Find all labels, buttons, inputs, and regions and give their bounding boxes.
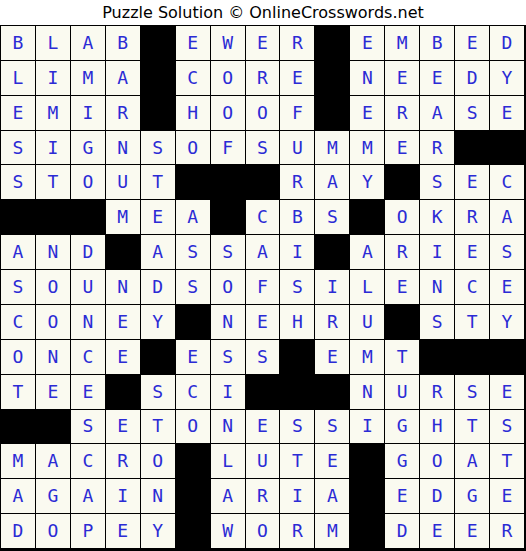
letter-cell: A <box>350 235 384 269</box>
letter-cell: G <box>385 410 419 444</box>
letter-cell: S <box>246 340 280 374</box>
letter-cell: C <box>71 444 105 478</box>
letter-cell: I <box>420 235 454 269</box>
letter-cell: N <box>36 340 70 374</box>
letter-cell: S <box>490 235 524 269</box>
letter-cell: E <box>176 340 210 374</box>
letter-cell: G <box>385 444 419 478</box>
letter-cell: T <box>141 410 175 444</box>
letter-cell: R <box>280 514 314 548</box>
block-cell <box>455 340 489 374</box>
letter-cell: B <box>1 26 35 60</box>
letter-cell: P <box>71 514 105 548</box>
letter-cell: S <box>176 270 210 304</box>
block-cell <box>280 340 314 374</box>
letter-cell: R <box>490 514 524 548</box>
letter-cell: G <box>36 479 70 513</box>
letter-cell: A <box>315 165 349 199</box>
letter-cell: A <box>211 479 245 513</box>
block-cell <box>490 340 524 374</box>
letter-cell: K <box>420 200 454 234</box>
letter-cell: A <box>420 96 454 130</box>
letter-cell: E <box>350 26 384 60</box>
letter-cell: N <box>106 131 140 165</box>
letter-cell: T <box>36 165 70 199</box>
letter-cell: O <box>176 410 210 444</box>
letter-cell: N <box>36 235 70 269</box>
letter-cell: C <box>71 340 105 374</box>
letter-cell: N <box>141 479 175 513</box>
letter-cell: S <box>246 131 280 165</box>
block-cell <box>141 61 175 95</box>
letter-cell: R <box>315 305 349 339</box>
letter-cell: B <box>420 26 454 60</box>
letter-cell: M <box>106 200 140 234</box>
letter-cell: E <box>106 340 140 374</box>
letter-cell: B <box>106 26 140 60</box>
block-cell <box>315 235 349 269</box>
letter-cell: R <box>246 479 280 513</box>
letter-cell: N <box>71 305 105 339</box>
letter-cell: L <box>36 26 70 60</box>
letter-cell: E <box>420 514 454 548</box>
letter-cell: I <box>350 410 384 444</box>
letter-cell: I <box>211 375 245 409</box>
letter-cell: U <box>385 375 419 409</box>
letter-cell: E <box>1 96 35 130</box>
letter-cell: D <box>420 479 454 513</box>
letter-cell: C <box>490 165 524 199</box>
block-cell <box>176 305 210 339</box>
letter-cell: S <box>420 305 454 339</box>
letter-cell: A <box>246 235 280 269</box>
letter-cell: E <box>246 410 280 444</box>
block-cell <box>211 165 245 199</box>
letter-cell: E <box>455 514 489 548</box>
letter-cell: A <box>315 479 349 513</box>
block-cell <box>106 235 140 269</box>
letter-cell: R <box>246 61 280 95</box>
letter-cell: I <box>106 479 140 513</box>
letter-cell: A <box>176 200 210 234</box>
letter-cell: F <box>280 96 314 130</box>
block-cell <box>350 444 384 478</box>
letter-cell: I <box>71 96 105 130</box>
letter-cell: S <box>315 410 349 444</box>
letter-cell: O <box>36 514 70 548</box>
letter-cell: R <box>385 235 419 269</box>
letter-cell: E <box>106 514 140 548</box>
block-cell <box>280 375 314 409</box>
letter-cell: T <box>280 444 314 478</box>
letter-cell: C <box>1 305 35 339</box>
letter-cell: N <box>350 375 384 409</box>
block-cell <box>176 444 210 478</box>
block-cell <box>141 340 175 374</box>
letter-cell: A <box>106 61 140 95</box>
block-cell <box>1 410 35 444</box>
letter-cell: R <box>385 96 419 130</box>
block-cell <box>315 375 349 409</box>
letter-cell: M <box>350 131 384 165</box>
letter-cell: I <box>315 270 349 304</box>
block-cell <box>71 200 105 234</box>
letter-cell: U <box>280 131 314 165</box>
letter-cell: I <box>280 235 314 269</box>
letter-cell: U <box>71 270 105 304</box>
letter-cell: O <box>71 165 105 199</box>
letter-cell: R <box>106 96 140 130</box>
block-cell <box>315 61 349 95</box>
letter-cell: S <box>490 410 524 444</box>
letter-cell: T <box>490 444 524 478</box>
letter-cell: L <box>1 61 35 95</box>
letter-cell: E <box>315 444 349 478</box>
block-cell <box>36 200 70 234</box>
letter-cell: E <box>106 410 140 444</box>
letter-cell: Y <box>490 61 524 95</box>
letter-cell: C <box>246 200 280 234</box>
letter-cell: O <box>141 444 175 478</box>
letter-cell: R <box>420 131 454 165</box>
block-cell <box>420 340 454 374</box>
letter-cell: M <box>71 61 105 95</box>
letter-cell: E <box>315 340 349 374</box>
letter-cell: S <box>141 375 175 409</box>
letter-cell: O <box>176 131 210 165</box>
letter-cell: A <box>490 200 524 234</box>
letter-cell: M <box>350 340 384 374</box>
letter-cell: U <box>246 444 280 478</box>
letter-cell: E <box>141 200 175 234</box>
block-cell <box>350 200 384 234</box>
block-cell <box>176 514 210 548</box>
block-cell <box>141 26 175 60</box>
letter-cell: O <box>385 200 419 234</box>
letter-cell: S <box>420 165 454 199</box>
letter-cell: E <box>385 479 419 513</box>
letter-cell: C <box>455 270 489 304</box>
letter-cell: N <box>106 270 140 304</box>
page-title: Puzzle Solution © OnlineCrosswords.net <box>0 0 526 25</box>
letter-cell: S <box>211 340 245 374</box>
letter-cell: M <box>315 514 349 548</box>
letter-cell: E <box>455 165 489 199</box>
block-cell <box>455 131 489 165</box>
letter-cell: S <box>176 235 210 269</box>
block-cell <box>211 200 245 234</box>
crossword-solution-page: Puzzle Solution © OnlineCrosswords.net B… <box>0 0 526 551</box>
letter-cell: E <box>106 305 140 339</box>
block-cell <box>315 26 349 60</box>
letter-cell: S <box>141 131 175 165</box>
letter-cell: T <box>455 305 489 339</box>
letter-cell: O <box>211 96 245 130</box>
letter-cell: O <box>246 96 280 130</box>
letter-cell: D <box>385 514 419 548</box>
letter-cell: R <box>420 375 454 409</box>
letter-cell: E <box>455 26 489 60</box>
letter-cell: B <box>280 200 314 234</box>
letter-cell: E <box>455 235 489 269</box>
block-cell <box>106 375 140 409</box>
letter-cell: N <box>211 410 245 444</box>
letter-cell: O <box>36 305 70 339</box>
letter-cell: H <box>280 305 314 339</box>
letter-cell: W <box>211 26 245 60</box>
letter-cell: G <box>455 479 489 513</box>
letter-cell: A <box>71 479 105 513</box>
letter-cell: Y <box>350 165 384 199</box>
letter-cell: R <box>106 444 140 478</box>
block-cell <box>385 165 419 199</box>
letter-cell: S <box>315 200 349 234</box>
letter-cell: W <box>211 514 245 548</box>
letter-cell: E <box>385 131 419 165</box>
letter-cell: A <box>1 479 35 513</box>
letter-cell: S <box>455 96 489 130</box>
letter-cell: I <box>36 61 70 95</box>
letter-cell: O <box>36 270 70 304</box>
letter-cell: H <box>176 96 210 130</box>
letter-cell: O <box>211 270 245 304</box>
letter-cell: O <box>246 514 280 548</box>
letter-cell: I <box>36 131 70 165</box>
letter-cell: E <box>280 61 314 95</box>
letter-cell: D <box>490 26 524 60</box>
letter-cell: T <box>385 340 419 374</box>
letter-cell: T <box>141 165 175 199</box>
letter-cell: E <box>385 270 419 304</box>
letter-cell: M <box>36 96 70 130</box>
letter-cell: E <box>385 61 419 95</box>
letter-cell: U <box>350 305 384 339</box>
letter-cell: H <box>420 410 454 444</box>
crossword-grid: BLABEWEREMBEDLIMACORENEEDYEMIRHOOFERASES… <box>0 25 526 551</box>
letter-cell: D <box>141 270 175 304</box>
block-cell <box>315 96 349 130</box>
letter-cell: F <box>246 270 280 304</box>
letter-cell: U <box>106 165 140 199</box>
letter-cell: E <box>71 375 105 409</box>
letter-cell: F <box>211 131 245 165</box>
letter-cell: R <box>280 26 314 60</box>
letter-cell: A <box>141 235 175 269</box>
letter-cell: N <box>350 61 384 95</box>
letter-cell: O <box>1 340 35 374</box>
letter-cell: O <box>420 444 454 478</box>
block-cell <box>350 514 384 548</box>
letter-cell: S <box>455 375 489 409</box>
letter-cell: E <box>490 96 524 130</box>
letter-cell: S <box>71 410 105 444</box>
letter-cell: M <box>315 131 349 165</box>
letter-cell: T <box>1 375 35 409</box>
block-cell <box>1 200 35 234</box>
letter-cell: C <box>176 375 210 409</box>
letter-cell: A <box>71 26 105 60</box>
letter-cell: Y <box>490 305 524 339</box>
letter-cell: E <box>246 305 280 339</box>
letter-cell: A <box>455 444 489 478</box>
block-cell <box>36 410 70 444</box>
letter-cell: A <box>1 235 35 269</box>
letter-cell: S <box>280 410 314 444</box>
block-cell <box>176 165 210 199</box>
letter-cell: R <box>280 165 314 199</box>
block-cell <box>246 165 280 199</box>
letter-cell: S <box>1 131 35 165</box>
block-cell <box>490 131 524 165</box>
letter-cell: E <box>246 26 280 60</box>
letter-cell: N <box>420 270 454 304</box>
letter-cell: E <box>490 479 524 513</box>
letter-cell: C <box>176 61 210 95</box>
letter-cell: S <box>280 270 314 304</box>
letter-cell: S <box>1 165 35 199</box>
letter-cell: Y <box>141 305 175 339</box>
letter-cell: M <box>385 26 419 60</box>
letter-cell: G <box>71 131 105 165</box>
block-cell <box>350 479 384 513</box>
letter-cell: E <box>350 96 384 130</box>
block-cell <box>141 96 175 130</box>
letter-cell: I <box>280 479 314 513</box>
letter-cell: E <box>420 61 454 95</box>
letter-cell: R <box>455 200 489 234</box>
letter-cell: A <box>36 444 70 478</box>
letter-cell: S <box>1 270 35 304</box>
block-cell <box>176 479 210 513</box>
letter-cell: E <box>490 375 524 409</box>
letter-cell: T <box>455 410 489 444</box>
block-cell <box>385 305 419 339</box>
letter-cell: E <box>490 270 524 304</box>
letter-cell: O <box>211 61 245 95</box>
letter-cell: Y <box>141 514 175 548</box>
letter-cell: D <box>455 61 489 95</box>
letter-cell: E <box>36 375 70 409</box>
letter-cell: N <box>211 305 245 339</box>
letter-cell: S <box>211 235 245 269</box>
letter-cell: E <box>176 26 210 60</box>
letter-cell: L <box>350 270 384 304</box>
letter-cell: D <box>71 235 105 269</box>
letter-cell: L <box>211 444 245 478</box>
letter-cell: D <box>1 514 35 548</box>
block-cell <box>246 375 280 409</box>
letter-cell: M <box>1 444 35 478</box>
